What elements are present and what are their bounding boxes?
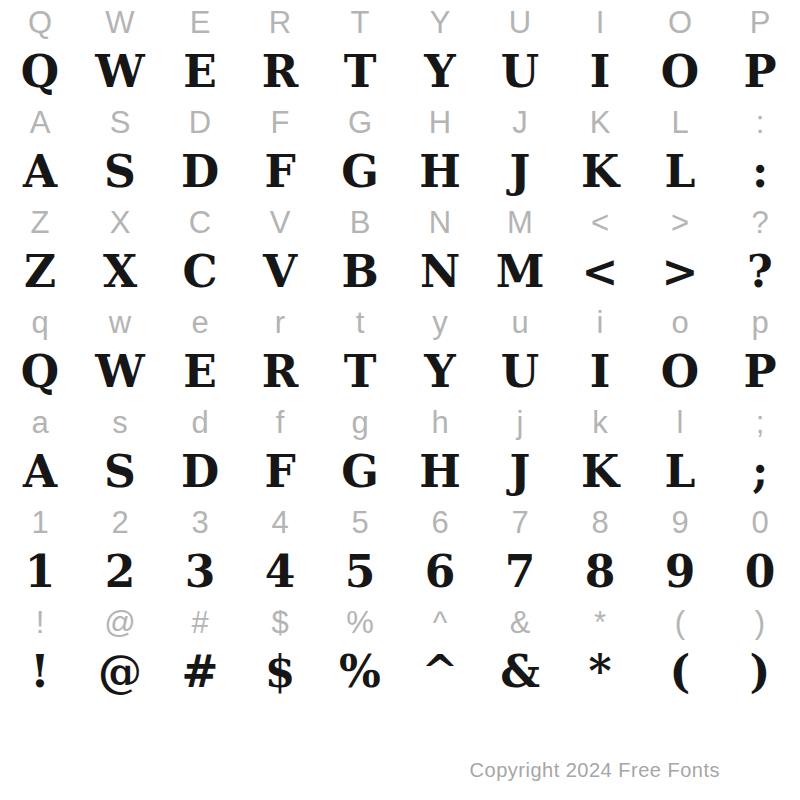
key-label: $ (240, 607, 320, 638)
key-label: p (720, 307, 800, 338)
key-label: j (480, 407, 560, 438)
key-label: 2 (80, 507, 160, 538)
glyph-cell: N (400, 250, 480, 294)
glyph-cell: P (720, 50, 800, 94)
key-label: C (160, 207, 240, 238)
key-label: O (640, 7, 720, 38)
glyph-cell: C (160, 250, 240, 294)
key-label: Z (0, 207, 80, 238)
glyph-cell: 0 (720, 550, 800, 594)
glyph-cell: 4 (240, 550, 320, 594)
key-label: i (560, 307, 640, 338)
key-label: # (160, 607, 240, 638)
glyph-cell: 7 (480, 550, 560, 594)
key-label: d (160, 407, 240, 438)
glyph-cell: Q (0, 350, 80, 394)
key-label: < (560, 207, 640, 238)
key-label: @ (80, 607, 160, 638)
glyph-cell: 2 (80, 550, 160, 594)
glyph-cell: G (320, 450, 400, 494)
key-label-row: 1234567890 (0, 500, 800, 544)
glyph-cell: ? (720, 250, 800, 294)
glyph-cell: B (320, 250, 400, 294)
glyph-cell: G (320, 150, 400, 194)
glyph-cell: A (0, 150, 80, 194)
key-label: * (560, 607, 640, 638)
glyph-cell: Y (400, 50, 480, 94)
key-label: & (480, 607, 560, 638)
glyph-cell: J (480, 150, 560, 194)
glyph-cell: F (240, 150, 320, 194)
key-label-row: ZXCVBNM<>? (0, 200, 800, 244)
glyph-cell: I (560, 350, 640, 394)
glyph-cell: I (560, 50, 640, 94)
key-label: q (0, 307, 80, 338)
glyph-cell: ; (720, 450, 800, 494)
glyph-cell: Z (0, 250, 80, 294)
key-label: X (80, 207, 160, 238)
key-label: 5 (320, 507, 400, 538)
glyph-cell: 3 (160, 550, 240, 594)
glyph-cell: P (720, 350, 800, 394)
key-label: N (400, 207, 480, 238)
key-label: B (320, 207, 400, 238)
key-label: 0 (720, 507, 800, 538)
key-label: o (640, 307, 720, 338)
glyph-cell: K (560, 150, 640, 194)
glyph-cell: > (640, 250, 720, 294)
glyph-cell: O (640, 50, 720, 94)
key-label: Y (400, 7, 480, 38)
copyright-text: Copyright 2024 Free Fonts (470, 759, 720, 782)
glyph-cell: 1 (0, 550, 80, 594)
glyph-cell: O (640, 350, 720, 394)
glyph-cell: X (80, 250, 160, 294)
key-label: J (480, 107, 560, 138)
glyph-cell: 9 (640, 550, 720, 594)
glyph-row: QWERTYUIOP (0, 44, 800, 100)
key-label: U (480, 7, 560, 38)
glyph-cell: U (480, 50, 560, 94)
glyph-cell: R (240, 350, 320, 394)
glyph-cell: E (160, 350, 240, 394)
glyph-cell: U (480, 350, 560, 394)
glyph-cell: H (400, 450, 480, 494)
glyph-cell: H (400, 150, 480, 194)
key-label: : (720, 107, 800, 138)
key-label: t (320, 307, 400, 338)
key-label: T (320, 7, 400, 38)
key-label: ? (720, 207, 800, 238)
key-label: D (160, 107, 240, 138)
glyph-cell: T (320, 350, 400, 394)
key-label-row: QWERTYUIOP (0, 0, 800, 44)
charmap-bank: ZXCVBNM<>?ZXCVBNM<>? (0, 200, 800, 300)
charmap-bank: asdfghjkl;ASDFGHJKL; (0, 400, 800, 500)
key-label: % (320, 607, 400, 638)
glyph-row: QWERTYUIOP (0, 344, 800, 400)
glyph-cell: M (480, 250, 560, 294)
key-label: R (240, 7, 320, 38)
glyph-cell: D (160, 450, 240, 494)
glyph-cell: V (240, 250, 320, 294)
key-label: w (80, 307, 160, 338)
glyph-cell: L (640, 150, 720, 194)
key-label: I (560, 7, 640, 38)
glyph-cell: # (160, 650, 240, 694)
key-label: ) (720, 607, 800, 638)
key-label: W (80, 7, 160, 38)
key-label: F (240, 107, 320, 138)
key-label: ( (640, 607, 720, 638)
character-map-grid: QWERTYUIOPQWERTYUIOPASDFGHJKL:ASDFGHJKL:… (0, 0, 800, 700)
key-label-row: !@#$%^&*() (0, 600, 800, 644)
charmap-bank: QWERTYUIOPQWERTYUIOP (0, 0, 800, 100)
glyph-cell: K (560, 450, 640, 494)
glyph-cell: S (80, 450, 160, 494)
glyph-cell: E (160, 50, 240, 94)
key-label: 7 (480, 507, 560, 538)
glyph-cell: R (240, 50, 320, 94)
charmap-bank: !@#$%^&*()!@#$%^&*() (0, 600, 800, 700)
key-label: g (320, 407, 400, 438)
glyph-cell: D (160, 150, 240, 194)
key-label: s (80, 407, 160, 438)
glyph-cell: 8 (560, 550, 640, 594)
key-label: 6 (400, 507, 480, 538)
key-label: M (480, 207, 560, 238)
key-label: > (640, 207, 720, 238)
glyph-cell: ^ (400, 650, 480, 694)
glyph-cell: J (480, 450, 560, 494)
key-label: ! (0, 607, 80, 638)
key-label: L (640, 107, 720, 138)
key-label: ; (720, 407, 800, 438)
charmap-bank: 12345678901234567890 (0, 500, 800, 600)
key-label-row: asdfghjkl; (0, 400, 800, 444)
glyph-cell: ) (720, 650, 800, 694)
key-label: y (400, 307, 480, 338)
key-label: Q (0, 7, 80, 38)
glyph-cell: @ (80, 650, 160, 694)
glyph-cell: & (480, 650, 560, 694)
key-label-row: qwertyuiop (0, 300, 800, 344)
charmap-bank: qwertyuiopQWERTYUIOP (0, 300, 800, 400)
glyph-cell: * (560, 650, 640, 694)
key-label: h (400, 407, 480, 438)
key-label: S (80, 107, 160, 138)
glyph-cell: F (240, 450, 320, 494)
glyph-cell: 6 (400, 550, 480, 594)
key-label: 4 (240, 507, 320, 538)
glyph-cell: S (80, 150, 160, 194)
key-label: f (240, 407, 320, 438)
key-label: 9 (640, 507, 720, 538)
glyph-cell: Y (400, 350, 480, 394)
key-label-row: ASDFGHJKL: (0, 100, 800, 144)
glyph-cell: W (80, 350, 160, 394)
glyph-cell: 5 (320, 550, 400, 594)
glyph-row: !@#$%^&*() (0, 644, 800, 700)
key-label: r (240, 307, 320, 338)
key-label: K (560, 107, 640, 138)
key-label: G (320, 107, 400, 138)
glyph-cell: T (320, 50, 400, 94)
key-label: V (240, 207, 320, 238)
glyph-cell: Q (0, 50, 80, 94)
key-label: H (400, 107, 480, 138)
key-label: l (640, 407, 720, 438)
glyph-cell: ! (0, 650, 80, 694)
glyph-row: 1234567890 (0, 544, 800, 600)
charmap-bank: ASDFGHJKL:ASDFGHJKL: (0, 100, 800, 200)
key-label: a (0, 407, 80, 438)
glyph-cell: : (720, 150, 800, 194)
glyph-row: ZXCVBNM<>? (0, 244, 800, 300)
key-label: 3 (160, 507, 240, 538)
key-label: ^ (400, 607, 480, 638)
glyph-cell: W (80, 50, 160, 94)
font-preview-page: { "game": "font-character-map", "positio… (0, 0, 800, 800)
glyph-cell: A (0, 450, 80, 494)
glyph-cell: $ (240, 650, 320, 694)
glyph-row: ASDFGHJKL: (0, 144, 800, 200)
key-label: P (720, 7, 800, 38)
glyph-cell: L (640, 450, 720, 494)
key-label: 8 (560, 507, 640, 538)
key-label: A (0, 107, 80, 138)
glyph-row: ASDFGHJKL; (0, 444, 800, 500)
key-label: k (560, 407, 640, 438)
glyph-cell: % (320, 650, 400, 694)
key-label: e (160, 307, 240, 338)
key-label: E (160, 7, 240, 38)
key-label: 1 (0, 507, 80, 538)
glyph-cell: < (560, 250, 640, 294)
key-label: u (480, 307, 560, 338)
glyph-cell: ( (640, 650, 720, 694)
